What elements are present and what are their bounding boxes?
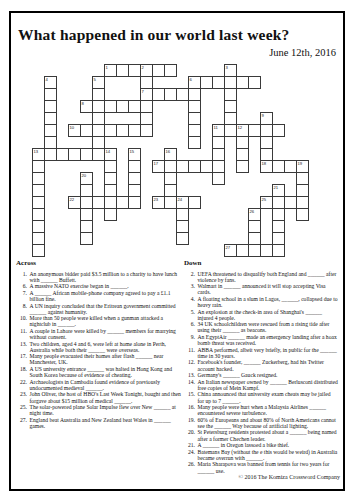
- across-header: Across: [16, 260, 181, 268]
- clue-number: 7.: [16, 290, 27, 302]
- clue-text: An explosion at the check-in area of Sha…: [198, 309, 339, 321]
- clue-item: 10.More than 50 people were killed when …: [16, 315, 181, 327]
- clue-text: A ______ African mobile-phone company ag…: [30, 290, 182, 302]
- cell-number: 3: [226, 65, 228, 70]
- down-clues: Down 2.UEFA threatened to disqualify bot…: [184, 260, 338, 474]
- clue-text: A couple in Lahore were killed by ______…: [30, 328, 182, 340]
- grid-cell[interactable]: [188, 136, 201, 149]
- clue-text: A massive NATO exercise began in ______.: [30, 283, 182, 289]
- cell-number: 7: [142, 89, 144, 94]
- clue-number: 5.: [184, 309, 195, 321]
- clue-text: A ______ in Oregon lassoed a bike thief.: [198, 442, 339, 448]
- clue-item: 6.A massive NATO exercise began in _____…: [16, 283, 181, 289]
- clue-text: John Oliver, the host of HBO's Last Week…: [30, 391, 182, 403]
- clue-text: More than 50 people were killed when a g…: [30, 315, 182, 327]
- cell-number: 12: [238, 125, 243, 130]
- clue-text: Two children, aged 4 and 6, were left at…: [30, 341, 182, 353]
- grid-cell[interactable]: [140, 124, 153, 137]
- clue-number: 13.: [16, 341, 27, 353]
- clue-text: A floating school in a slum in Lagos, __…: [198, 296, 339, 308]
- grid-cell[interactable]: [164, 64, 177, 77]
- cell-number: 2: [142, 65, 144, 70]
- clue-text: A US university entrance ______ was halt…: [30, 366, 182, 378]
- clue-item: 7.A ______ African mobile-phone company …: [16, 290, 181, 302]
- cell-number: 6: [190, 77, 192, 82]
- clue-item: 1.An anonymous bidder paid $3.5 million …: [16, 271, 181, 283]
- clue-item: 8.A UN inquiry concluded that the Eritre…: [16, 303, 181, 315]
- clue-number: 4.: [184, 296, 195, 308]
- across-clues: Across 1.An anonymous bidder paid $3.5 m…: [16, 260, 181, 429]
- clue-number: 1.: [16, 271, 27, 283]
- clue-text: The solar-powered plane Solar Impulse fl…: [30, 404, 182, 416]
- clue-number: 12.: [184, 359, 195, 371]
- clue-text: 34 UK schoolchildren were rescued from a…: [198, 321, 339, 333]
- clue-number: 13.: [184, 372, 195, 378]
- grid-cell[interactable]: [212, 172, 225, 185]
- clue-number: 10.: [16, 315, 27, 327]
- clue-text: Many people evacuated their homes after …: [30, 353, 182, 365]
- clue-text: England beat Australia and New Zealand b…: [30, 417, 182, 429]
- clue-item: 18.A US university entrance ______ was h…: [16, 366, 181, 378]
- clue-number: 19.: [184, 417, 195, 429]
- clue-item: 13.Germany's ______ Gauck resigned.: [184, 372, 338, 378]
- clue-number: 25.: [16, 404, 27, 416]
- cell-number: 17: [154, 161, 159, 166]
- down-header: Down: [184, 260, 338, 268]
- cell-number: 5: [94, 77, 96, 82]
- clue-item: 17.Many people evacuated their homes aft…: [16, 353, 181, 365]
- cell-number: 24: [178, 197, 183, 202]
- clue-item: 16.Many people were hurt when a Malaysia…: [184, 404, 338, 416]
- clue-text: St Petersburg residents protested about …: [198, 429, 339, 441]
- clue-item: 26.Maria Sharapova was banned from tenni…: [184, 461, 338, 473]
- clue-item: 20.St Petersburg residents protested abo…: [184, 429, 338, 441]
- clue-number: 6.: [184, 321, 195, 333]
- cell-number: 19: [298, 161, 303, 166]
- clue-item: 6.34 UK schoolchildren were rescued from…: [184, 321, 338, 333]
- cell-number: 23: [154, 197, 159, 202]
- clue-number: 15.: [184, 391, 195, 403]
- clue-item: 14.An Italian newspaper owned by ______ …: [184, 379, 338, 391]
- clue-number: 26.: [184, 461, 195, 473]
- clue-number: 6.: [16, 283, 27, 289]
- grid-cell[interactable]: [104, 208, 117, 221]
- clue-number: 27.: [16, 417, 27, 429]
- clue-text: Facebook's founder, ______ Zuckerberg, h…: [198, 359, 339, 371]
- across-list: 1.An anonymous bidder paid $3.5 million …: [16, 271, 181, 429]
- grid-cell[interactable]: [272, 244, 285, 257]
- clue-text: Many people were hurt when a Malaysia Ai…: [198, 404, 339, 416]
- clue-text: China announced that university exam che…: [198, 391, 339, 403]
- clue-text: An anonymous bidder paid $3.5 million to…: [30, 271, 182, 283]
- down-list: 2.UEFA threatened to disqualify both Eng…: [184, 271, 338, 474]
- cell-number: 4: [46, 77, 48, 82]
- clue-item: 3.Walmart in ______ announced it will st…: [184, 283, 338, 295]
- grid-cell[interactable]: [176, 232, 189, 245]
- cell-number: 11: [214, 125, 218, 130]
- clue-item: 22.Archaeologists in Cambodia found evid…: [16, 379, 181, 391]
- clue-text: An EgyptAir ______ made an emergency lan…: [198, 334, 339, 346]
- clue-number: 16.: [184, 404, 195, 416]
- clue-item: 21.A ______ in Oregon lassoed a bike thi…: [184, 442, 338, 448]
- grid-cell[interactable]: [296, 208, 309, 221]
- clue-item: 5.An explosion at the check-in area of S…: [184, 309, 338, 321]
- clue-text: Maria Sharapova was banned from tennis f…: [198, 461, 339, 473]
- clue-item: 19.60% of Europeans and about 80% of Nor…: [184, 417, 338, 429]
- clue-item: 13.Two children, aged 4 and 6, were left…: [16, 341, 181, 353]
- clue-item: 9.An EgyptAir ______ made an emergency l…: [184, 334, 338, 346]
- clue-text: Walmart in ______ announced it will stop…: [198, 283, 339, 295]
- clue-text: Archaeologists in Cambodia found evidenc…: [30, 379, 182, 391]
- copyright-footer: © 2016 The Komiza Crossword Company: [238, 474, 340, 480]
- clue-text: An Italian newspaper owned by ______ Ber…: [198, 379, 339, 391]
- clue-text: Batemans Bay (without the e this would b…: [198, 449, 339, 461]
- clue-text: 60% of Europeans and about 80% of North …: [198, 417, 339, 429]
- grid-cell[interactable]: [236, 160, 249, 173]
- cell-number: 13: [34, 149, 39, 154]
- cell-number: 9: [262, 113, 264, 118]
- clue-number: 3.: [184, 283, 195, 295]
- clue-item: 23.John Oliver, the host of HBO's Last W…: [16, 391, 181, 403]
- clue-number: 17.: [16, 353, 27, 365]
- clue-number: 24.: [184, 449, 195, 461]
- clue-item: 11.ABBA performed, albeit very briefly, …: [184, 347, 338, 359]
- puzzle-date: June 12th, 2016: [269, 47, 336, 58]
- grid-cell[interactable]: [128, 196, 141, 209]
- cell-number: 26: [250, 209, 255, 214]
- cell-number: 18: [262, 161, 267, 166]
- clue-number: 9.: [184, 334, 195, 346]
- cell-number: 14: [106, 149, 111, 154]
- cell-number: 21: [274, 185, 279, 190]
- cell-number: 10: [70, 125, 75, 130]
- page-title: What happened in our world last week?: [18, 26, 290, 44]
- clue-number: 11.: [16, 328, 27, 340]
- clue-text: Germany's ______ Gauck resigned.: [198, 372, 339, 378]
- clue-item: 27.England beat Australia and New Zealan…: [16, 417, 181, 429]
- clue-text: A UN inquiry concluded that the Eritrean…: [30, 303, 182, 315]
- clue-item: 4.A floating school in a slum in Lagos, …: [184, 296, 338, 308]
- clue-number: 20.: [184, 429, 195, 441]
- clue-item: 24.Batemans Bay (without the e this woul…: [184, 449, 338, 461]
- clue-item: 2.UEFA threatened to disqualify both Eng…: [184, 271, 338, 283]
- clue-text: ABBA performed, albeit very briefly, in …: [198, 347, 339, 359]
- crossword-page: What happened in our world last week? Ju…: [0, 0, 354, 500]
- clue-number: 2.: [184, 271, 195, 283]
- crossword-grid: 1234567891011121314151617181920212223242…: [32, 64, 310, 258]
- cell-number: 20: [82, 173, 87, 178]
- cell-number: 1: [106, 65, 108, 70]
- cell-number: 15: [130, 149, 135, 154]
- clue-number: 8.: [16, 303, 27, 315]
- clue-number: 11.: [184, 347, 195, 359]
- clue-item: 12.Facebook's founder, ______ Zuckerberg…: [184, 359, 338, 371]
- clue-item: 15.China announced that university exam …: [184, 391, 338, 403]
- clue-item: 11.A couple in Lahore were killed by ___…: [16, 328, 181, 340]
- cell-number: 8: [82, 101, 84, 106]
- clue-number: 23.: [16, 391, 27, 403]
- grid-cell[interactable]: [248, 76, 261, 89]
- clue-number: 18.: [16, 366, 27, 378]
- clue-text: UEFA threatened to disqualify both Engla…: [198, 271, 339, 283]
- cell-number: 27: [226, 245, 231, 250]
- cell-number: 22: [70, 197, 75, 202]
- clue-number: 21.: [184, 442, 195, 448]
- cell-number: 25: [262, 197, 267, 202]
- clue-item: 25.The solar-powered plane Solar Impulse…: [16, 404, 181, 416]
- clue-number: 22.: [16, 379, 27, 391]
- grid-cell[interactable]: [32, 244, 45, 257]
- grid-cell[interactable]: [80, 232, 93, 245]
- cell-number: 16: [166, 149, 171, 154]
- clue-number: 14.: [184, 379, 195, 391]
- grid-cell[interactable]: [188, 196, 201, 209]
- grid-cell[interactable]: [272, 124, 285, 137]
